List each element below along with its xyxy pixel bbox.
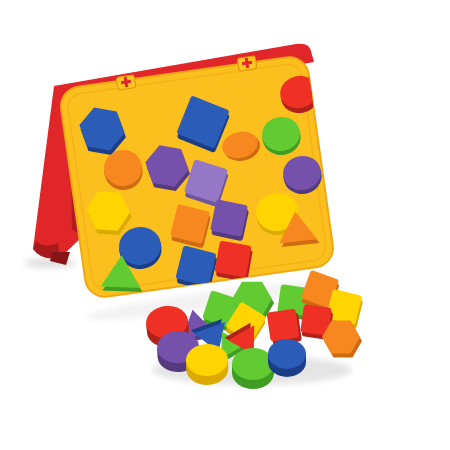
left-clasp xyxy=(116,75,136,91)
toy-product-photo xyxy=(0,0,450,450)
tray-piece-blue-cylinder xyxy=(268,339,306,377)
board-piece-red-square xyxy=(214,240,254,281)
scene-svg xyxy=(0,0,450,450)
floor-shadow-case xyxy=(24,258,76,268)
tray-piece-green-cylinder xyxy=(232,348,274,389)
tray-piece-yellow-cylinder xyxy=(185,343,228,385)
right-clasp xyxy=(237,56,257,72)
